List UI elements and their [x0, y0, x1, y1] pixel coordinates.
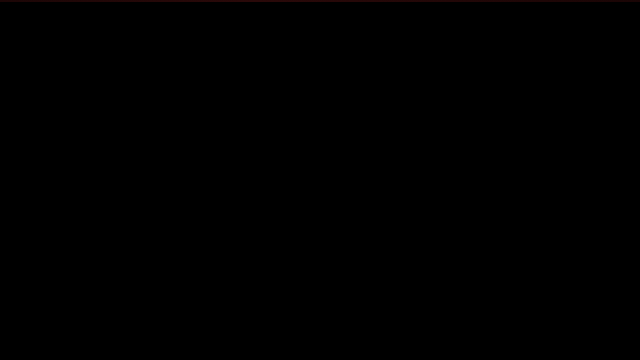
- top-edge-artifact: [0, 0, 640, 2]
- go-board[interactable]: [148, 10, 492, 352]
- grid-line: [148, 325, 492, 360]
- app-screen: 2 柯洁 谷歌围棋AlphaGo: [0, 0, 640, 360]
- grid-line: [148, 10, 492, 325]
- left-player-name: 柯洁: [15, 0, 47, 19]
- move-number: 2: [0, 0, 10, 19]
